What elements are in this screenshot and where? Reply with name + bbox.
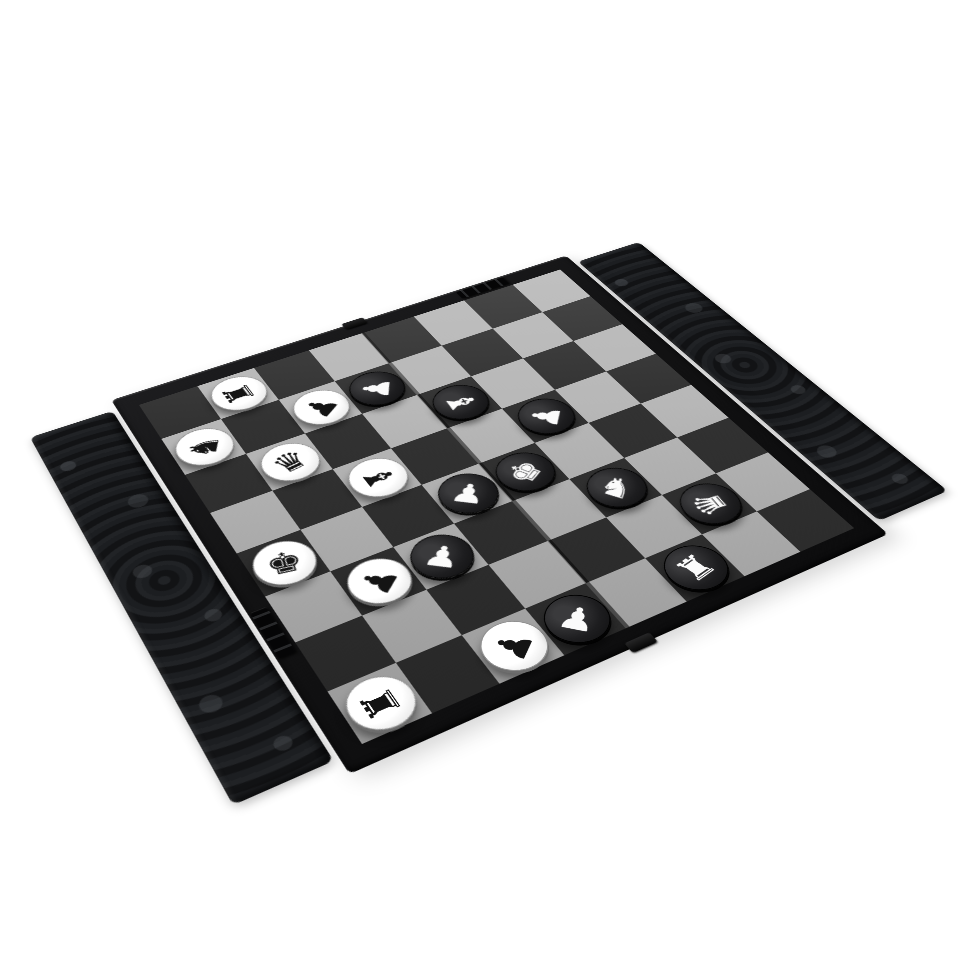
white-king-glyph: ♚ xyxy=(263,546,308,581)
black-pawn-glyph: ♟ xyxy=(554,600,600,637)
black-pawn-glyph: ♟ xyxy=(358,379,395,398)
fold-hinge-nub-bottom xyxy=(624,632,658,653)
photo-scene: ♜♞♟♟♛♝♝♟♚♟♚♟♟♞♛♜♟♟♜ xyxy=(0,0,960,960)
black-king-glyph: ♚ xyxy=(500,456,550,487)
white-pawn-glyph: ♟ xyxy=(298,393,345,420)
white-rook-glyph: ♜ xyxy=(216,380,262,408)
black-knight-glyph: ♞ xyxy=(594,471,640,503)
white-rook-glyph: ♜ xyxy=(352,681,410,725)
black-rook-glyph: ♜ xyxy=(669,549,724,587)
pocket-chess-set: ♜♞♟♟♛♝♝♟♚♟♚♟♟♞♛♜♟♟♜ xyxy=(24,234,960,824)
black-pawn-glyph: ♟ xyxy=(448,479,489,508)
black-bishop-glyph: ♝ xyxy=(438,389,484,416)
black-pawn-glyph: ♟ xyxy=(420,540,463,572)
black-queen-glyph: ♛ xyxy=(685,488,737,520)
black-pawn-glyph: ♟ xyxy=(526,404,567,428)
white-pawn-glyph: ♟ xyxy=(487,627,540,665)
white-bishop-glyph: ♝ xyxy=(354,462,404,494)
white-knight-glyph: ♞ xyxy=(184,436,226,457)
white-queen-glyph: ♛ xyxy=(266,446,315,478)
white-pawn-glyph: ♟ xyxy=(353,564,405,598)
fold-hinge-nub-top xyxy=(341,317,367,330)
